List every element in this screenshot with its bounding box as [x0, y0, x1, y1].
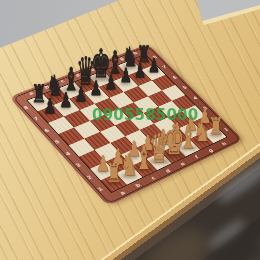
glass-reflection [133, 219, 218, 260]
glass-reflection [205, 216, 248, 251]
glass-reflection [255, 187, 260, 256]
watermark-text: 0905585000 [92, 106, 198, 124]
photo-scene: aa88bb77cc66dd55ee44ff33gg22hh11 ♜♞♟♝♟♚♟… [0, 0, 260, 260]
glass-reflection [203, 249, 260, 260]
